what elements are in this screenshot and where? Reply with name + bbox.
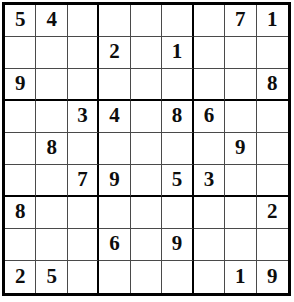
cell-r1c8[interactable]: 7 xyxy=(225,5,256,37)
cell-r5c9[interactable] xyxy=(257,133,288,165)
cell-r6c2[interactable] xyxy=(36,165,67,197)
cell-r4c9[interactable] xyxy=(257,101,288,133)
cell-r2c3[interactable] xyxy=(68,37,99,69)
cell-r7c5[interactable] xyxy=(131,197,162,229)
cell-r5c5[interactable] xyxy=(131,133,162,165)
cell-r8c9[interactable] xyxy=(257,229,288,261)
cell-r5c7[interactable] xyxy=(194,133,225,165)
cell-r6c3[interactable]: 7 xyxy=(68,165,99,197)
cell-r3c9[interactable]: 8 xyxy=(257,69,288,101)
cell-r7c1[interactable]: 8 xyxy=(5,197,36,229)
cell-r6c6[interactable]: 5 xyxy=(162,165,193,197)
cell-r9c6[interactable] xyxy=(162,261,193,293)
cell-r2c6[interactable]: 1 xyxy=(162,37,193,69)
cell-r8c7[interactable] xyxy=(194,229,225,261)
cell-r1c1[interactable]: 5 xyxy=(5,5,36,37)
cell-r3c8[interactable] xyxy=(225,69,256,101)
cell-r6c8[interactable] xyxy=(225,165,256,197)
cell-r1c3[interactable] xyxy=(68,5,99,37)
cell-r6c4[interactable]: 9 xyxy=(99,165,130,197)
cell-r8c8[interactable] xyxy=(225,229,256,261)
cell-r7c7[interactable] xyxy=(194,197,225,229)
cell-r1c9[interactable]: 1 xyxy=(257,5,288,37)
cell-r7c9[interactable]: 2 xyxy=(257,197,288,229)
cell-r8c6[interactable]: 9 xyxy=(162,229,193,261)
cell-r4c4[interactable]: 4 xyxy=(99,101,130,133)
cell-r4c2[interactable] xyxy=(36,101,67,133)
cell-r7c3[interactable] xyxy=(68,197,99,229)
cell-r1c5[interactable] xyxy=(131,5,162,37)
cell-r1c7[interactable] xyxy=(194,5,225,37)
cell-r1c4[interactable] xyxy=(99,5,130,37)
cell-r3c3[interactable] xyxy=(68,69,99,101)
cell-r2c1[interactable] xyxy=(5,37,36,69)
sudoku-board: 54712198348689795382692519 xyxy=(2,2,291,296)
cell-r8c4[interactable]: 6 xyxy=(99,229,130,261)
cell-r4c6[interactable]: 8 xyxy=(162,101,193,133)
cell-r1c6[interactable] xyxy=(162,5,193,37)
cell-r3c4[interactable] xyxy=(99,69,130,101)
cell-r3c2[interactable] xyxy=(36,69,67,101)
cell-r9c3[interactable] xyxy=(68,261,99,293)
cell-r2c2[interactable] xyxy=(36,37,67,69)
cell-r5c6[interactable] xyxy=(162,133,193,165)
cell-r4c7[interactable]: 6 xyxy=(194,101,225,133)
cell-r2c9[interactable] xyxy=(257,37,288,69)
cell-r8c2[interactable] xyxy=(36,229,67,261)
cell-r4c1[interactable] xyxy=(5,101,36,133)
cell-r5c4[interactable] xyxy=(99,133,130,165)
cell-r9c4[interactable] xyxy=(99,261,130,293)
cell-r2c7[interactable] xyxy=(194,37,225,69)
cell-r3c5[interactable] xyxy=(131,69,162,101)
cell-r4c5[interactable] xyxy=(131,101,162,133)
cell-r9c5[interactable] xyxy=(131,261,162,293)
cell-r7c8[interactable] xyxy=(225,197,256,229)
cell-r4c8[interactable] xyxy=(225,101,256,133)
cell-r2c8[interactable] xyxy=(225,37,256,69)
cell-r9c7[interactable] xyxy=(194,261,225,293)
cell-r9c2[interactable]: 5 xyxy=(36,261,67,293)
cell-r9c8[interactable]: 1 xyxy=(225,261,256,293)
cell-r6c1[interactable] xyxy=(5,165,36,197)
cell-r8c3[interactable] xyxy=(68,229,99,261)
cell-r5c1[interactable] xyxy=(5,133,36,165)
cell-r2c5[interactable] xyxy=(131,37,162,69)
cell-r6c5[interactable] xyxy=(131,165,162,197)
cell-r7c6[interactable] xyxy=(162,197,193,229)
cell-r9c1[interactable]: 2 xyxy=(5,261,36,293)
cell-r1c2[interactable]: 4 xyxy=(36,5,67,37)
cell-r3c6[interactable] xyxy=(162,69,193,101)
cell-r3c7[interactable] xyxy=(194,69,225,101)
cell-r4c3[interactable]: 3 xyxy=(68,101,99,133)
cell-r9c9[interactable]: 9 xyxy=(257,261,288,293)
cell-r2c4[interactable]: 2 xyxy=(99,37,130,69)
cell-r3c1[interactable]: 9 xyxy=(5,69,36,101)
cell-r5c8[interactable]: 9 xyxy=(225,133,256,165)
cell-r6c7[interactable]: 3 xyxy=(194,165,225,197)
cell-r6c9[interactable] xyxy=(257,165,288,197)
sudoku-page: 54712198348689795382692519 xyxy=(0,0,294,296)
cell-r8c1[interactable] xyxy=(5,229,36,261)
cell-r5c2[interactable]: 8 xyxy=(36,133,67,165)
cell-r5c3[interactable] xyxy=(68,133,99,165)
cell-r7c2[interactable] xyxy=(36,197,67,229)
cell-r7c4[interactable] xyxy=(99,197,130,229)
cell-r8c5[interactable] xyxy=(131,229,162,261)
